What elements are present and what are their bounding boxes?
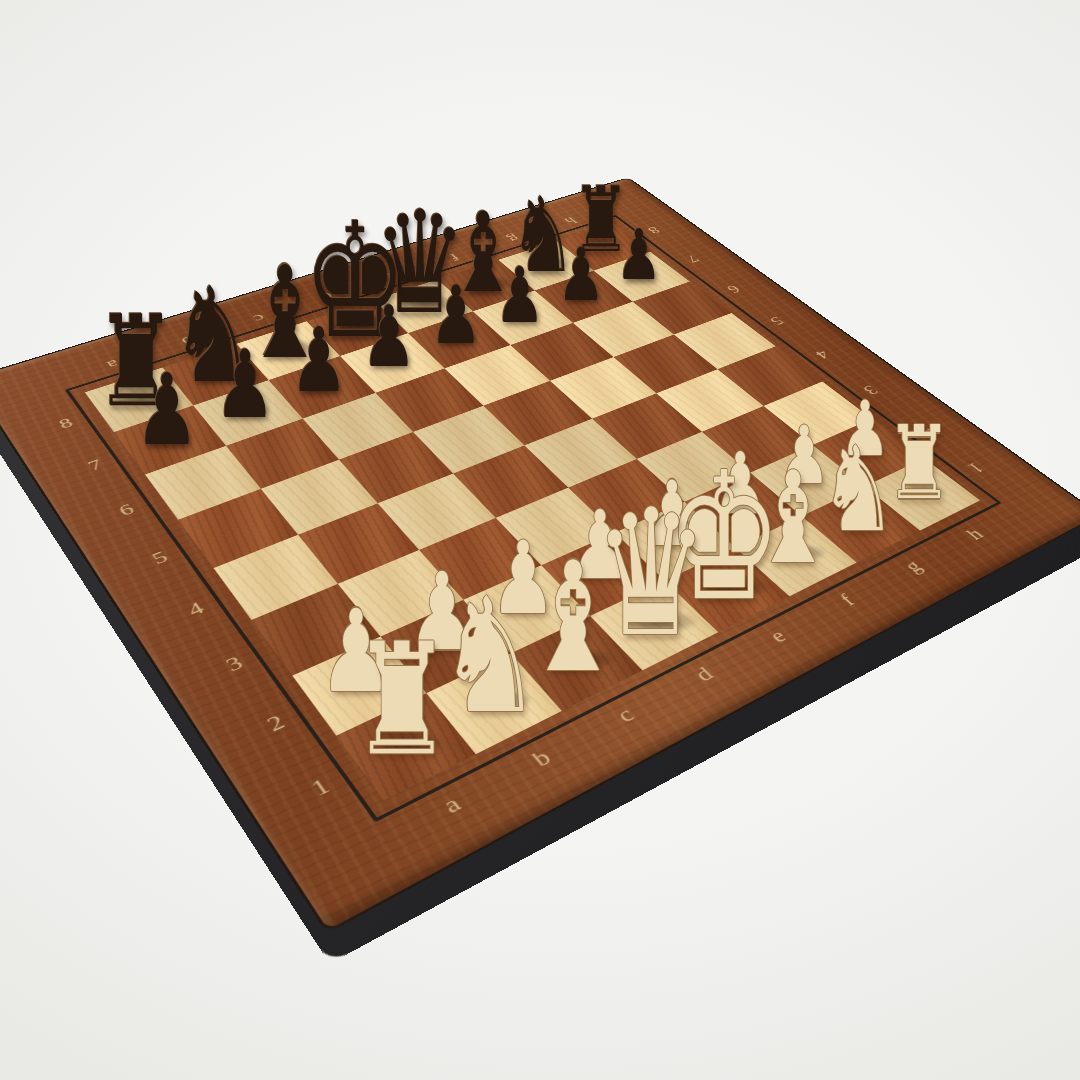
piece-black-pawn-c7[interactable]: ♟ <box>290 316 348 405</box>
piece-black-pawn-d7[interactable]: ♟ <box>362 295 418 380</box>
scene: aa11bb22cc33dd44ee55ff66gg77hh88 ♜♞♟♝♟♛♟… <box>0 0 1080 1080</box>
piece-black-pawn-h7[interactable]: ♟ <box>616 221 662 291</box>
piece-black-pawn-a7[interactable]: ♟ <box>134 361 199 460</box>
piece-black-pawn-e7[interactable]: ♟ <box>430 276 483 357</box>
piece-black-pawn-f7[interactable]: ♟ <box>495 256 545 333</box>
piece-black-pawn-b7[interactable]: ♟ <box>214 338 275 432</box>
pieces-layer: ♜♞♟♝♟♛♟♚♟♝♟♞♟♜♟♟♟♟♜♟♞♟♝♟♚♟♛♟♝♟♞♜ <box>0 0 1080 1080</box>
piece-black-pawn-g7[interactable]: ♟ <box>557 238 605 311</box>
piece-white-knight-b1[interactable]: ♞ <box>438 577 542 736</box>
piece-white-rook-a1[interactable]: ♜ <box>352 623 453 777</box>
